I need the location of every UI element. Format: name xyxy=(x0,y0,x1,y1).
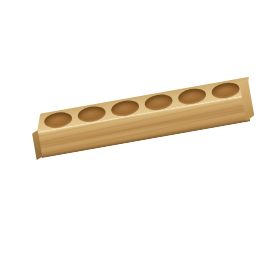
wooden-pit-board xyxy=(34,78,250,158)
board-photo-scene xyxy=(0,0,277,277)
